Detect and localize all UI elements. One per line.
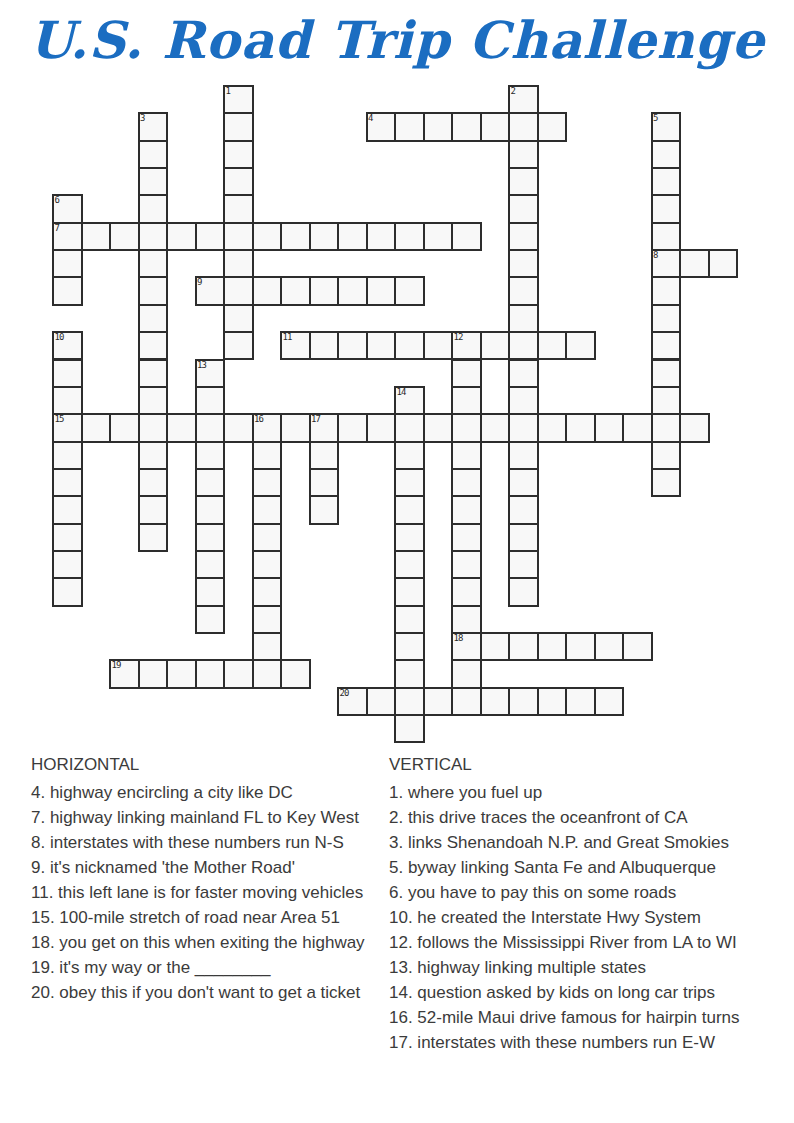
- grid-cell-r20c18[interactable]: [565, 632, 596, 661]
- grid-cell-r5c12[interactable]: [394, 222, 425, 251]
- grid-cell-r7c10[interactable]: [337, 276, 368, 305]
- grid-cell-r2c21[interactable]: [651, 140, 682, 169]
- grid-cell-r10c21[interactable]: [651, 359, 682, 388]
- clue-across-9: 9. it's nicknamed 'the Mother Road': [31, 855, 383, 880]
- grid-cell-r23c12[interactable]: [394, 714, 425, 743]
- grid-cell-r14c0[interactable]: [52, 468, 83, 497]
- grid-cell-r22c19[interactable]: [594, 687, 625, 716]
- grid-cell-r11c12[interactable]: [394, 386, 425, 415]
- grid-cell-r14c21[interactable]: [651, 468, 682, 497]
- grid-cell-r11c5[interactable]: [195, 386, 226, 415]
- grid-cell-r12c4[interactable]: [166, 413, 197, 442]
- grid-cell-r13c7[interactable]: [252, 441, 283, 470]
- grid-cell-r20c15[interactable]: [480, 632, 511, 661]
- grid-cell-r1c6[interactable]: [223, 112, 254, 141]
- grid-cell-r5c9[interactable]: [309, 222, 340, 251]
- grid-cell-r14c7[interactable]: [252, 468, 283, 497]
- grid-cell-r7c16[interactable]: [508, 276, 539, 305]
- grid-cell-r12c7[interactable]: [252, 413, 283, 442]
- grid-cell-r17c5[interactable]: [195, 550, 226, 579]
- clue-across-15: 15. 100-mile stretch of road near Area 5…: [31, 905, 383, 930]
- down-clues-section: VERTICAL 1. where you fuel up2. this dri…: [389, 752, 779, 1055]
- grid-cell-r10c5[interactable]: [195, 359, 226, 388]
- grid-cell-r11c21[interactable]: [651, 386, 682, 415]
- grid-cell-r18c16[interactable]: [508, 577, 539, 606]
- grid-cell-r21c7[interactable]: [252, 659, 283, 688]
- grid-cell-r5c3[interactable]: [138, 222, 169, 251]
- grid-cell-r13c14[interactable]: [451, 441, 482, 470]
- grid-cell-r17c0[interactable]: [52, 550, 83, 579]
- grid-cell-r21c8[interactable]: [280, 659, 311, 688]
- grid-cell-r12c15[interactable]: [480, 413, 511, 442]
- grid-cell-r12c8[interactable]: [280, 413, 311, 442]
- grid-cell-r22c16[interactable]: [508, 687, 539, 716]
- grid-cell-r5c1[interactable]: [81, 222, 112, 251]
- clue-down-5: 5. byway linking Santa Fe and Albuquerqu…: [389, 855, 779, 880]
- grid-cell-r12c2[interactable]: [109, 413, 140, 442]
- grid-cell-r16c14[interactable]: [451, 523, 482, 552]
- grid-cell-r10c0[interactable]: [52, 359, 83, 388]
- clue-down-6: 6. you have to pay this on some roads: [389, 880, 779, 905]
- grid-cell-r17c7[interactable]: [252, 550, 283, 579]
- grid-cell-r14c14[interactable]: [451, 468, 482, 497]
- grid-cell-r16c7[interactable]: [252, 523, 283, 552]
- grid-cell-r7c5[interactable]: [195, 276, 226, 305]
- grid-cell-r14c12[interactable]: [394, 468, 425, 497]
- grid-cell-r12c1[interactable]: [81, 413, 112, 442]
- grid-cell-r12c5[interactable]: [195, 413, 226, 442]
- grid-cell-r14c5[interactable]: [195, 468, 226, 497]
- grid-cell-r15c16[interactable]: [508, 495, 539, 524]
- grid-cell-r20c20[interactable]: [622, 632, 653, 661]
- grid-cell-r7c11[interactable]: [366, 276, 397, 305]
- grid-cell-r19c7[interactable]: [252, 605, 283, 634]
- grid-cell-r7c3[interactable]: [138, 276, 169, 305]
- grid-cell-r6c23[interactable]: [708, 249, 739, 278]
- clue-across-8: 8. interstates with these numbers run N-…: [31, 830, 383, 855]
- grid-cell-r10c14[interactable]: [451, 359, 482, 388]
- grid-cell-r5c8[interactable]: [280, 222, 311, 251]
- grid-cell-r12c19[interactable]: [594, 413, 625, 442]
- clue-down-14: 14. question asked by kids on long car t…: [389, 980, 779, 1005]
- grid-cell-r9c13[interactable]: [423, 331, 454, 360]
- grid-cell-r8c16[interactable]: [508, 304, 539, 333]
- grid-cell-r9c8[interactable]: [280, 331, 311, 360]
- grid-cell-r7c9[interactable]: [309, 276, 340, 305]
- grid-cell-r13c16[interactable]: [508, 441, 539, 470]
- page-title: U.S. Road Trip Challenge: [0, 4, 794, 76]
- grid-cell-r19c5[interactable]: [195, 605, 226, 634]
- clue-down-13: 13. highway linking multiple states: [389, 955, 779, 980]
- grid-cell-r8c21[interactable]: [651, 304, 682, 333]
- grid-cell-r22c17[interactable]: [537, 687, 568, 716]
- grid-cell-r1c17[interactable]: [537, 112, 568, 141]
- grid-cell-r17c12[interactable]: [394, 550, 425, 579]
- across-clues-header: HORIZONTAL: [31, 752, 383, 777]
- grid-cell-r1c14[interactable]: [451, 112, 482, 141]
- grid-cell-r15c7[interactable]: [252, 495, 283, 524]
- grid-cell-r9c14[interactable]: [451, 331, 482, 360]
- grid-cell-r13c9[interactable]: [309, 441, 340, 470]
- grid-cell-r9c6[interactable]: [223, 331, 254, 360]
- grid-cell-r13c12[interactable]: [394, 441, 425, 470]
- grid-cell-r3c6[interactable]: [223, 167, 254, 196]
- grid-cell-r4c3[interactable]: [138, 194, 169, 223]
- grid-cell-r8c6[interactable]: [223, 304, 254, 333]
- grid-cell-r4c21[interactable]: [651, 194, 682, 223]
- grid-cell-r6c22[interactable]: [679, 249, 710, 278]
- grid-cell-r5c13[interactable]: [423, 222, 454, 251]
- clue-across-7: 7. highway linking mainland FL to Key We…: [31, 805, 383, 830]
- grid-cell-r21c12[interactable]: [394, 659, 425, 688]
- grid-cell-r16c16[interactable]: [508, 523, 539, 552]
- grid-cell-r12c10[interactable]: [337, 413, 368, 442]
- grid-cell-r9c11[interactable]: [366, 331, 397, 360]
- grid-cell-r14c3[interactable]: [138, 468, 169, 497]
- grid-cell-r15c12[interactable]: [394, 495, 425, 524]
- grid-cell-r16c3[interactable]: [138, 523, 169, 552]
- clue-across-20: 20. obey this if you don't want to get a…: [31, 980, 383, 1005]
- grid-cell-r6c6[interactable]: [223, 249, 254, 278]
- grid-cell-r9c3[interactable]: [138, 331, 169, 360]
- grid-cell-r13c0[interactable]: [52, 441, 83, 470]
- grid-cell-r15c9[interactable]: [309, 495, 340, 524]
- grid-cell-r6c3[interactable]: [138, 249, 169, 278]
- grid-cell-r19c12[interactable]: [394, 605, 425, 634]
- across-clues-list: 4. highway encircling a city like DC7. h…: [31, 780, 383, 1005]
- grid-cell-r8c3[interactable]: [138, 304, 169, 333]
- grid-cell-r7c6[interactable]: [223, 276, 254, 305]
- grid-cell-r7c7[interactable]: [252, 276, 283, 305]
- grid-cell-r9c17[interactable]: [537, 331, 568, 360]
- grid-cell-r0c16[interactable]: [508, 85, 539, 114]
- grid-cell-r9c15[interactable]: [480, 331, 511, 360]
- grid-cell-r5c2[interactable]: [109, 222, 140, 251]
- grid-cell-r11c14[interactable]: [451, 386, 482, 415]
- grid-cell-r18c14[interactable]: [451, 577, 482, 606]
- grid-cell-r10c3[interactable]: [138, 359, 169, 388]
- grid-cell-r0c6[interactable]: [223, 85, 254, 114]
- grid-cell-r3c16[interactable]: [508, 167, 539, 196]
- clue-down-10: 10. he created the Interstate Hwy System: [389, 905, 779, 930]
- grid-cell-r5c14[interactable]: [451, 222, 482, 251]
- clue-across-11: 11. this left lane is for faster moving …: [31, 880, 383, 905]
- grid-cell-r13c5[interactable]: [195, 441, 226, 470]
- grid-cell-r16c12[interactable]: [394, 523, 425, 552]
- crossword-grid: 1234567891011121314151617181920: [52, 85, 740, 747]
- grid-cell-r22c18[interactable]: [565, 687, 596, 716]
- grid-cell-r20c12[interactable]: [394, 632, 425, 661]
- clue-down-1: 1. where you fuel up: [389, 780, 779, 805]
- grid-cell-r1c12[interactable]: [394, 112, 425, 141]
- grid-cell-r3c21[interactable]: [651, 167, 682, 196]
- clue-down-16: 16. 52-mile Maui drive famous for hairpi…: [389, 1005, 779, 1030]
- grid-cell-r20c14[interactable]: [451, 632, 482, 661]
- grid-cell-r9c12[interactable]: [394, 331, 425, 360]
- grid-cell-r15c5[interactable]: [195, 495, 226, 524]
- grid-cell-r9c10[interactable]: [337, 331, 368, 360]
- grid-cell-r18c0[interactable]: [52, 577, 83, 606]
- grid-cell-r15c0[interactable]: [52, 495, 83, 524]
- grid-cell-r20c19[interactable]: [594, 632, 625, 661]
- grid-cell-r13c3[interactable]: [138, 441, 169, 470]
- grid-cell-r21c6[interactable]: [223, 659, 254, 688]
- grid-cell-r15c14[interactable]: [451, 495, 482, 524]
- grid-cell-r20c7[interactable]: [252, 632, 283, 661]
- grid-cell-r12c9[interactable]: [309, 413, 340, 442]
- down-clues-header: VERTICAL: [389, 752, 779, 777]
- grid-cell-r5c4[interactable]: [166, 222, 197, 251]
- grid-cell-r2c3[interactable]: [138, 140, 169, 169]
- grid-cell-r5c16[interactable]: [508, 222, 539, 251]
- grid-cell-r11c0[interactable]: [52, 386, 83, 415]
- grid-cell-r2c6[interactable]: [223, 140, 254, 169]
- grid-cell-r12c0[interactable]: [52, 413, 83, 442]
- grid-cell-r1c16[interactable]: [508, 112, 539, 141]
- grid-cell-r18c12[interactable]: [394, 577, 425, 606]
- grid-cell-r1c3[interactable]: [138, 112, 169, 141]
- grid-cell-r11c3[interactable]: [138, 386, 169, 415]
- grid-cell-r22c14[interactable]: [451, 687, 482, 716]
- grid-cell-r6c16[interactable]: [508, 249, 539, 278]
- grid-cell-r6c21[interactable]: [651, 249, 682, 278]
- grid-cell-r16c0[interactable]: [52, 523, 83, 552]
- grid-cell-r21c4[interactable]: [166, 659, 197, 688]
- grid-cell-r19c14[interactable]: [451, 605, 482, 634]
- clue-across-19: 19. it's my way or the ________: [31, 955, 383, 980]
- grid-cell-r12c12[interactable]: [394, 413, 425, 442]
- grid-cell-r18c7[interactable]: [252, 577, 283, 606]
- clue-across-18: 18. you get on this when exiting the hig…: [31, 930, 383, 955]
- grid-cell-r5c11[interactable]: [366, 222, 397, 251]
- grid-cell-r22c15[interactable]: [480, 687, 511, 716]
- grid-cell-r9c18[interactable]: [565, 331, 596, 360]
- grid-cell-r12c21[interactable]: [651, 413, 682, 442]
- grid-cell-r20c17[interactable]: [537, 632, 568, 661]
- clue-down-17: 17. interstates with these numbers run E…: [389, 1030, 779, 1055]
- grid-cell-r15c3[interactable]: [138, 495, 169, 524]
- clue-down-12: 12. follows the Mississippi River from L…: [389, 930, 779, 955]
- grid-cell-r21c2[interactable]: [109, 659, 140, 688]
- grid-cell-r12c13[interactable]: [423, 413, 454, 442]
- grid-cell-r12c11[interactable]: [366, 413, 397, 442]
- grid-cell-r21c14[interactable]: [451, 659, 482, 688]
- grid-cell-r7c12[interactable]: [394, 276, 425, 305]
- grid-cell-r4c0[interactable]: [52, 194, 83, 223]
- grid-cell-r12c14[interactable]: [451, 413, 482, 442]
- grid-cell-r12c17[interactable]: [537, 413, 568, 442]
- grid-cell-r22c10[interactable]: [337, 687, 368, 716]
- grid-cell-r3c3[interactable]: [138, 167, 169, 196]
- grid-cell-r7c8[interactable]: [280, 276, 311, 305]
- grid-cell-r9c9[interactable]: [309, 331, 340, 360]
- grid-cell-r10c16[interactable]: [508, 359, 539, 388]
- grid-cell-r7c21[interactable]: [651, 276, 682, 305]
- grid-cell-r11c16[interactable]: [508, 386, 539, 415]
- grid-cell-r12c20[interactable]: [622, 413, 653, 442]
- grid-cell-r5c0[interactable]: [52, 222, 83, 251]
- grid-cell-r1c11[interactable]: [366, 112, 397, 141]
- grid-cell-r5c21[interactable]: [651, 222, 682, 251]
- grid-cell-r5c10[interactable]: [337, 222, 368, 251]
- grid-cell-r18c5[interactable]: [195, 577, 226, 606]
- grid-cell-r12c18[interactable]: [565, 413, 596, 442]
- grid-cell-r9c16[interactable]: [508, 331, 539, 360]
- grid-cell-r4c6[interactable]: [223, 194, 254, 223]
- grid-cell-r1c15[interactable]: [480, 112, 511, 141]
- down-clues-list: 1. where you fuel up2. this drive traces…: [389, 780, 779, 1055]
- grid-cell-r12c22[interactable]: [679, 413, 710, 442]
- grid-cell-r20c16[interactable]: [508, 632, 539, 661]
- grid-cell-r12c16[interactable]: [508, 413, 539, 442]
- grid-cell-r12c3[interactable]: [138, 413, 169, 442]
- grid-cell-r17c14[interactable]: [451, 550, 482, 579]
- grid-cell-r22c13[interactable]: [423, 687, 454, 716]
- grid-cell-r1c21[interactable]: [651, 112, 682, 141]
- grid-cell-r6c0[interactable]: [52, 249, 83, 278]
- page: U.S. Road Trip Challenge 123456789101112…: [0, 0, 794, 1123]
- grid-cell-r1c13[interactable]: [423, 112, 454, 141]
- grid-cell-r21c5[interactable]: [195, 659, 226, 688]
- grid-cell-r2c16[interactable]: [508, 140, 539, 169]
- grid-cell-r5c6[interactable]: [223, 222, 254, 251]
- clue-down-3: 3. links Shenandoah N.P. and Great Smoki…: [389, 830, 779, 855]
- grid-cell-r9c21[interactable]: [651, 331, 682, 360]
- across-clues-section: HORIZONTAL 4. highway encircling a city …: [31, 752, 383, 1005]
- clue-across-4: 4. highway encircling a city like DC: [31, 780, 383, 805]
- grid-cell-r16c5[interactable]: [195, 523, 226, 552]
- grid-cell-r12c6[interactable]: [223, 413, 254, 442]
- grid-cell-r7c0[interactable]: [52, 276, 83, 305]
- grid-cell-r9c0[interactable]: [52, 331, 83, 360]
- grid-cell-r13c21[interactable]: [651, 441, 682, 470]
- grid-cell-r14c16[interactable]: [508, 468, 539, 497]
- grid-cell-r4c16[interactable]: [508, 194, 539, 223]
- grid-cell-r5c5[interactable]: [195, 222, 226, 251]
- grid-cell-r17c16[interactable]: [508, 550, 539, 579]
- grid-cell-r22c12[interactable]: [394, 687, 425, 716]
- grid-cell-r21c3[interactable]: [138, 659, 169, 688]
- grid-cell-r22c11[interactable]: [366, 687, 397, 716]
- grid-cell-r5c7[interactable]: [252, 222, 283, 251]
- grid-cell-r14c9[interactable]: [309, 468, 340, 497]
- clue-down-2: 2. this drive traces the oceanfront of C…: [389, 805, 779, 830]
